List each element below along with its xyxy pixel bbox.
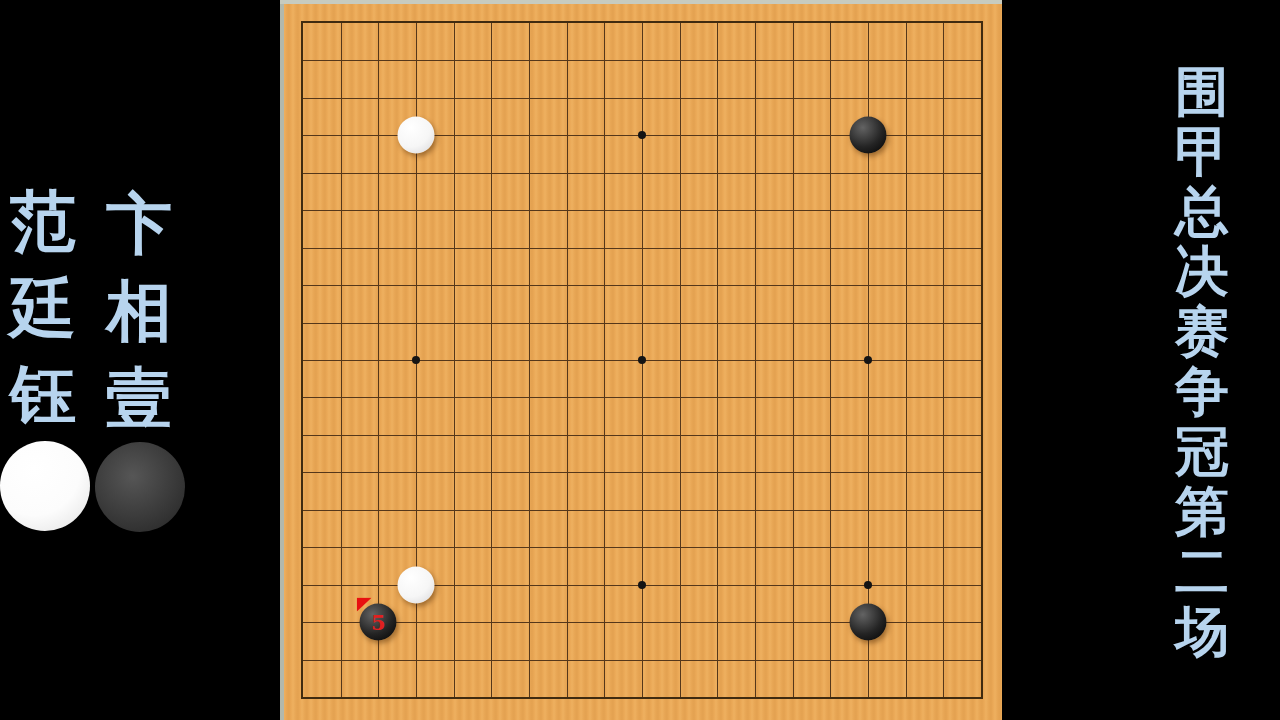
grid-line-vertical (943, 23, 944, 697)
grid-line-horizontal (303, 435, 981, 436)
player-black-name: 卞相壹 (104, 181, 174, 442)
event-panel: 围甲总决赛争冠第二场 (1002, 0, 1280, 720)
white-stone-icon (0, 441, 90, 531)
go-stone-black-q3 (850, 604, 887, 641)
black-stone-icon (95, 442, 185, 532)
grid-line-vertical (755, 23, 756, 697)
star-point (638, 131, 646, 139)
grid-line-horizontal (303, 472, 981, 473)
grid-line-vertical (717, 23, 718, 697)
star-point (864, 581, 872, 589)
grid-line-horizontal (303, 547, 981, 548)
grid-line-horizontal (303, 397, 981, 398)
board-edge-top (280, 0, 1002, 4)
players-panel: 范廷钰 卞相壹 (0, 0, 280, 720)
go-board[interactable]: 5 (280, 0, 1002, 720)
grid-line-vertical (680, 23, 681, 697)
board-edge-left (280, 4, 284, 720)
grid-line-vertical (906, 23, 907, 697)
go-grid[interactable]: 5 (301, 21, 983, 699)
star-point (638, 356, 646, 364)
star-point (412, 356, 420, 364)
go-stone-white-d4 (398, 566, 435, 603)
star-point (638, 581, 646, 589)
grid-line-vertical (830, 23, 831, 697)
grid-line-horizontal (303, 660, 981, 661)
move-number-label: 5 (360, 604, 397, 641)
grid-line-vertical (793, 23, 794, 697)
go-stone-white-d16 (398, 117, 435, 154)
grid-line-horizontal (303, 510, 981, 511)
star-point (864, 356, 872, 364)
go-stone-black-q16 (850, 117, 887, 154)
player-white-name: 范廷钰 (8, 178, 78, 439)
go-stone-black-c3: 5 (360, 604, 397, 641)
event-title: 围甲总决赛争冠第二场 (1173, 61, 1231, 661)
